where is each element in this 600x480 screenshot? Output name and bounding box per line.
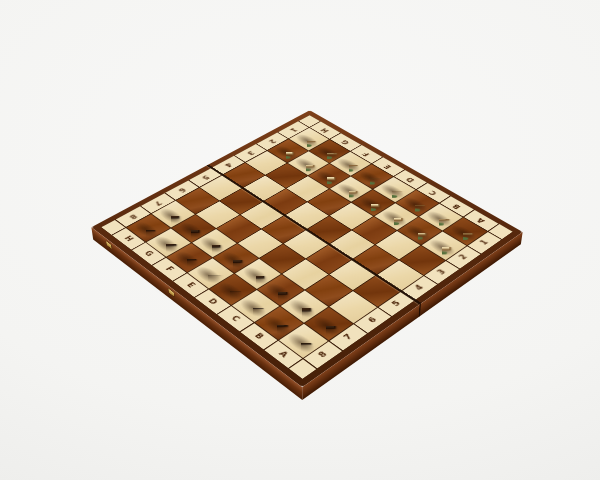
coord-text: 8 [316, 350, 328, 359]
coord-text: 5 [390, 299, 402, 307]
hinge-seam [418, 303, 420, 317]
studio-backdrop: HGFEDCBA1♜♞♝♚♛♝♞♜12♟♟♟♟♟♟♟♟2334455667♟♟♟… [0, 0, 600, 480]
coord-text: 1 [479, 239, 490, 246]
coord-text: 3 [245, 150, 255, 156]
coord-text: 7 [342, 333, 354, 341]
coord-text: G [142, 249, 154, 257]
coord-text: H [122, 235, 134, 242]
coord-text: 6 [366, 316, 378, 324]
coord-text: 3 [436, 268, 447, 275]
coord-text: 6 [176, 186, 186, 192]
coord-text: A [276, 349, 289, 358]
coord-text: 2 [457, 253, 468, 260]
coord-text: 4 [223, 162, 233, 168]
coord-text: D [206, 297, 219, 305]
coord-text: 4 [413, 284, 425, 292]
coord-text: C [229, 314, 241, 322]
coord-text: E [184, 281, 196, 289]
coord-text: F [163, 265, 174, 272]
coord-text: 5 [200, 174, 210, 180]
square-d3[interactable] [329, 202, 372, 229]
coord-text: B [252, 331, 265, 340]
